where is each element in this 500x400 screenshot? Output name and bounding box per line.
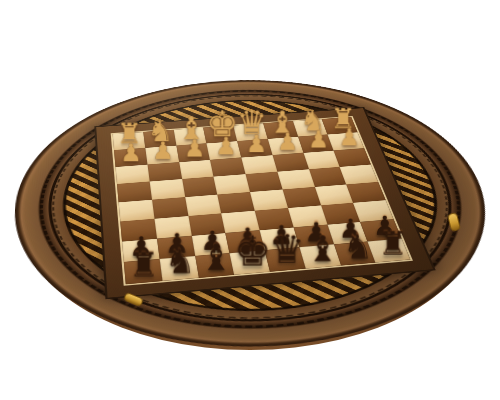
square-r5c4 <box>217 192 254 213</box>
square-r5c1 <box>119 200 155 222</box>
square-r8c8: ♜ <box>368 239 411 263</box>
chess-board: ♜♞♝♚♛♝♞♜♟♟♟♟♟♟♟♟♟♟♟♟♟♟♟♟♜♞♝♚♛♝♞♜ <box>111 116 413 286</box>
square-r8c4: ♚ <box>230 250 270 274</box>
square-r5c3 <box>185 195 222 216</box>
square-r4c8 <box>340 165 378 185</box>
square-r1c2: ♞ <box>143 130 176 148</box>
square-r2c8: ♟ <box>328 132 364 150</box>
piece-white-N: ♞ <box>300 106 326 135</box>
round-carved-board: ♜♞♝♚♛♝♞♜♟♟♟♟♟♟♟♟♟♟♟♟♟♟♟♟♜♞♝♚♛♝♞♜ <box>9 68 500 371</box>
product-photo: ♜♞♝♚♛♝♞♜♟♟♟♟♟♟♟♟♟♟♟♟♟♟♟♟♜♞♝♚♛♝♞♜ <box>0 0 500 400</box>
square-r5c5 <box>250 189 288 210</box>
